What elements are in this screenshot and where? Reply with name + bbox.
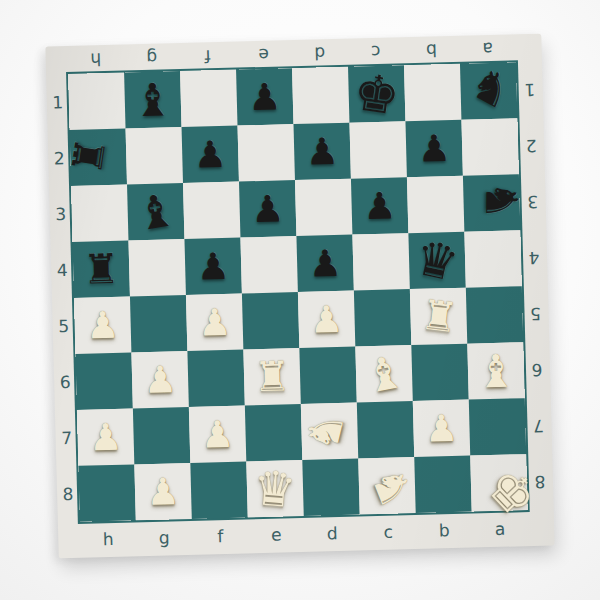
white-knight-c8-fallen[interactable]: ♞ xyxy=(364,461,419,514)
white-rook-e6[interactable]: ♜ xyxy=(253,356,291,398)
rank-label-left-4: 4 xyxy=(51,242,74,299)
square-g4[interactable] xyxy=(128,239,185,296)
square-d1[interactable] xyxy=(292,67,349,124)
black-pawn-e1[interactable]: ♟ xyxy=(248,78,282,116)
square-f8[interactable] xyxy=(190,461,247,518)
square-g8[interactable]: ♟ xyxy=(134,463,191,520)
white-bishop-a6[interactable]: ♝ xyxy=(475,348,517,394)
square-b1[interactable] xyxy=(404,64,461,121)
square-b4[interactable]: ♛ xyxy=(408,232,465,289)
square-c5[interactable] xyxy=(354,289,411,346)
white-pawn-g6[interactable]: ♟ xyxy=(143,361,177,399)
board-grid: ♝♟♚♞♜♟♟♟♝♟♟♞♜♟♟♛♟♟♟♜♟♜♝♝♟♟♞♟♟♛♞♚ xyxy=(68,62,528,522)
black-rook-h4[interactable]: ♜ xyxy=(82,248,120,290)
rank-label-left-1: 1 xyxy=(46,74,69,131)
black-pawn-d2[interactable]: ♟ xyxy=(305,132,339,170)
square-b8[interactable] xyxy=(414,456,471,513)
black-king-c1[interactable]: ♚ xyxy=(350,65,403,122)
file-label-bottom-f: f xyxy=(192,517,249,554)
square-e7[interactable] xyxy=(245,404,302,461)
white-queen-e8[interactable]: ♛ xyxy=(252,463,299,514)
white-rook-b5[interactable]: ♜ xyxy=(418,294,459,339)
square-e3[interactable]: ♟ xyxy=(239,180,296,237)
file-label-top-e: e xyxy=(235,40,292,69)
square-b3[interactable] xyxy=(407,176,464,233)
square-d7[interactable]: ♞ xyxy=(301,403,358,460)
square-h4[interactable]: ♜ xyxy=(73,240,130,297)
chess-mat: hgfedcba 12345678 ♝♟♚♞♜♟♟♟♝♟♟♞♜♟♟♛♟♟♟♜♟♜… xyxy=(45,34,554,559)
square-h2[interactable]: ♜ xyxy=(70,129,127,186)
square-c2[interactable] xyxy=(349,121,406,178)
rank-label-left-3: 3 xyxy=(49,186,72,243)
square-h6[interactable] xyxy=(75,352,132,409)
rank-label-left-6: 6 xyxy=(53,354,76,411)
rank-label-left-5: 5 xyxy=(52,298,75,355)
square-f4[interactable]: ♟ xyxy=(184,238,241,295)
white-pawn-g8[interactable]: ♟ xyxy=(146,473,180,511)
square-h7[interactable]: ♟ xyxy=(77,408,134,465)
file-label-bottom-g: g xyxy=(136,519,193,556)
square-c1[interactable]: ♚ xyxy=(348,65,405,122)
black-rook-h2-fallen[interactable]: ♜ xyxy=(66,134,112,176)
rank-label-right-1: 1 xyxy=(516,62,543,119)
white-pawn-h7[interactable]: ♟ xyxy=(89,418,123,456)
square-f1[interactable] xyxy=(180,70,237,127)
square-h3[interactable] xyxy=(71,184,128,241)
square-d5[interactable]: ♟ xyxy=(298,291,355,348)
white-pawn-f5[interactable]: ♟ xyxy=(198,303,232,341)
square-f2[interactable]: ♟ xyxy=(182,126,239,183)
square-e4[interactable] xyxy=(240,236,297,293)
black-knight-a3-fallen[interactable]: ♞ xyxy=(479,181,523,221)
square-f7[interactable]: ♟ xyxy=(189,405,246,462)
white-knight-d7-fallen[interactable]: ♞ xyxy=(300,407,352,456)
square-g2[interactable] xyxy=(126,127,183,184)
square-c6[interactable]: ♝ xyxy=(355,345,412,402)
square-b2[interactable]: ♟ xyxy=(405,120,462,177)
square-e8[interactable]: ♛ xyxy=(246,460,303,517)
file-label-bottom-d: d xyxy=(304,515,361,552)
square-e1[interactable]: ♟ xyxy=(236,68,293,125)
square-a8[interactable]: ♚ xyxy=(470,454,527,511)
black-pawn-f4[interactable]: ♟ xyxy=(196,247,230,285)
square-d6[interactable] xyxy=(299,347,356,404)
white-pawn-h5[interactable]: ♟ xyxy=(86,306,120,344)
rank-label-right-2: 2 xyxy=(517,118,544,175)
square-g5[interactable] xyxy=(130,295,187,352)
square-a6[interactable]: ♝ xyxy=(467,342,524,399)
square-a5[interactable] xyxy=(466,286,523,343)
square-f5[interactable]: ♟ xyxy=(186,294,243,351)
square-d4[interactable]: ♟ xyxy=(296,235,353,292)
rank-label-right-4: 4 xyxy=(520,230,547,287)
black-pawn-d4[interactable]: ♟ xyxy=(308,244,342,282)
black-pawn-e3[interactable]: ♟ xyxy=(251,190,285,228)
white-pawn-d5[interactable]: ♟ xyxy=(310,300,344,338)
black-bishop-g1[interactable]: ♝ xyxy=(132,77,174,123)
square-e5[interactable] xyxy=(242,292,299,349)
square-d3[interactable] xyxy=(295,179,352,236)
file-label-top-h: h xyxy=(67,45,124,74)
square-c4[interactable] xyxy=(352,233,409,290)
black-bishop-g3[interactable]: ♝ xyxy=(132,186,179,237)
file-label-top-d: d xyxy=(291,39,348,68)
square-f6[interactable] xyxy=(187,350,244,407)
square-h1[interactable] xyxy=(68,73,125,130)
square-c7[interactable] xyxy=(357,401,414,458)
square-e2[interactable] xyxy=(238,124,295,181)
square-e6[interactable]: ♜ xyxy=(243,348,300,405)
black-pawn-f2[interactable]: ♟ xyxy=(193,135,227,173)
square-h8[interactable] xyxy=(78,464,135,521)
file-label-bottom-b: b xyxy=(416,512,473,549)
square-a4[interactable] xyxy=(464,230,521,287)
black-queen-b4[interactable]: ♛ xyxy=(411,232,463,288)
white-pawn-f7[interactable]: ♟ xyxy=(201,415,235,453)
square-a3[interactable]: ♞ xyxy=(463,174,520,231)
file-label-top-f: f xyxy=(179,42,236,71)
square-b5[interactable]: ♜ xyxy=(410,288,467,345)
square-c8[interactable]: ♞ xyxy=(358,457,415,514)
file-label-bottom-c: c xyxy=(360,513,417,550)
rank-label-right-7: 7 xyxy=(525,397,552,454)
rank-label-right-6: 6 xyxy=(523,341,550,398)
scene: hgfedcba 12345678 ♝♟♚♞♜♟♟♟♝♟♟♞♜♟♟♛♟♟♟♜♟♜… xyxy=(0,0,600,600)
square-g7[interactable] xyxy=(133,407,190,464)
square-d8[interactable] xyxy=(302,459,359,516)
square-g1[interactable]: ♝ xyxy=(124,71,181,128)
square-d2[interactable]: ♟ xyxy=(293,123,350,180)
square-b6[interactable] xyxy=(411,344,468,401)
square-a1[interactable]: ♞ xyxy=(460,62,517,119)
rank-label-right-5: 5 xyxy=(522,286,549,343)
file-label-top-c: c xyxy=(347,37,404,66)
file-label-top-g: g xyxy=(123,43,180,72)
square-f3[interactable] xyxy=(183,182,240,239)
square-a2[interactable] xyxy=(461,118,518,175)
white-bishop-c6[interactable]: ♝ xyxy=(360,348,409,400)
square-g6[interactable]: ♟ xyxy=(131,351,188,408)
square-g3[interactable]: ♝ xyxy=(127,183,184,240)
rank-label-left-8: 8 xyxy=(56,466,79,523)
white-pawn-b7[interactable]: ♟ xyxy=(424,409,458,447)
file-label-bottom-h: h xyxy=(80,520,137,557)
black-pawn-b2[interactable]: ♟ xyxy=(417,130,451,168)
rank-label-left-7: 7 xyxy=(55,410,78,467)
black-pawn-c3[interactable]: ♟ xyxy=(363,187,397,225)
file-label-bottom-e: e xyxy=(248,516,305,553)
square-a7[interactable] xyxy=(469,398,526,455)
square-c3[interactable]: ♟ xyxy=(351,177,408,234)
black-knight-a1[interactable]: ♞ xyxy=(464,59,520,116)
square-b7[interactable]: ♟ xyxy=(413,400,470,457)
file-label-top-b: b xyxy=(403,36,460,65)
square-h5[interactable]: ♟ xyxy=(74,296,131,353)
